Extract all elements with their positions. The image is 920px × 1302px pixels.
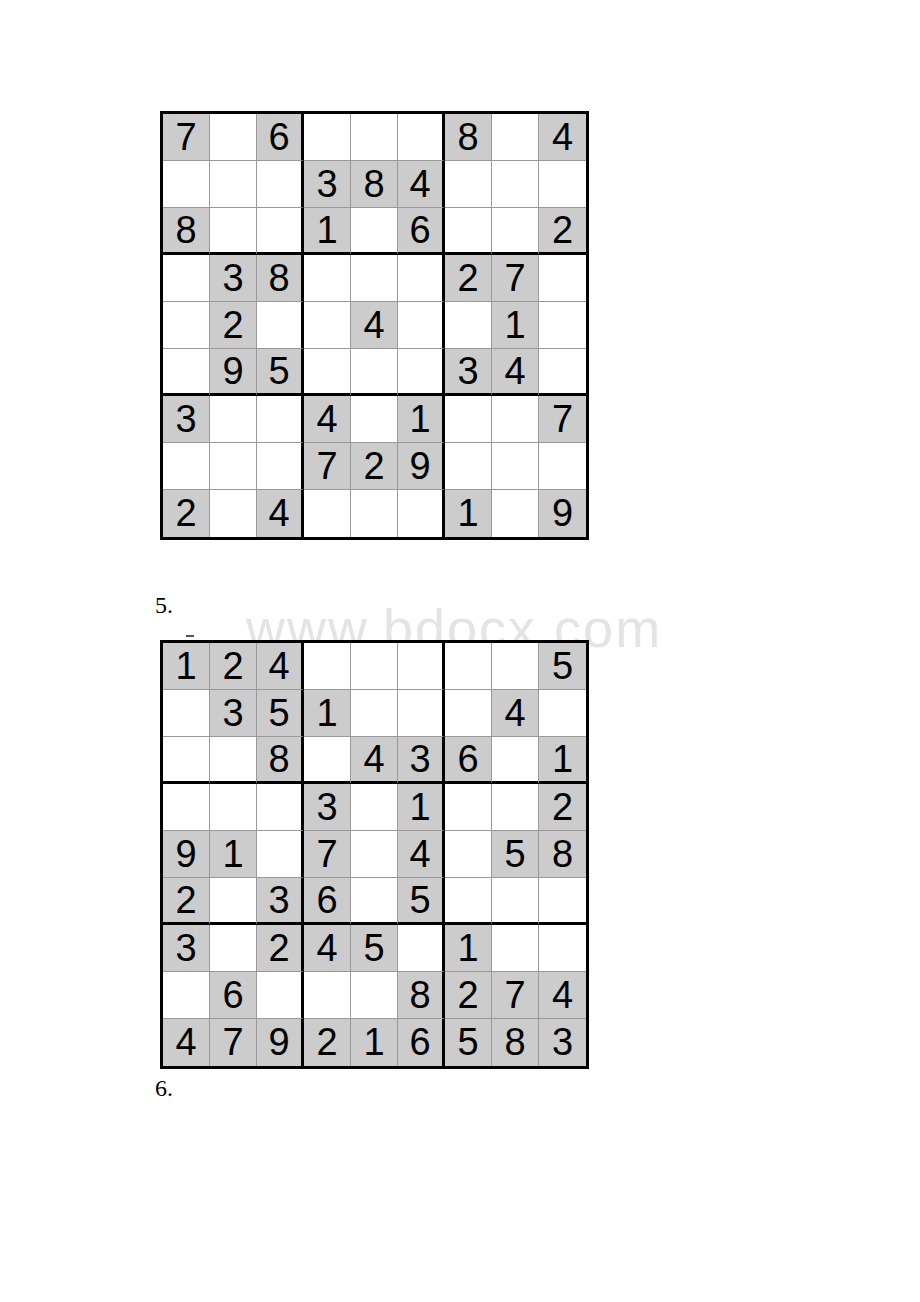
cell-r2c6 (398, 690, 445, 737)
cell-r4c3 (257, 784, 304, 831)
cell-r2c2 (210, 161, 257, 208)
cell-r8c4 (304, 972, 351, 1019)
cell-r3c8 (492, 737, 539, 784)
cell-r3c2 (210, 737, 257, 784)
cell-r4c1 (163, 255, 210, 302)
cell-r6c1: 2 (163, 878, 210, 925)
stray-mark (186, 635, 194, 637)
cell-r1c7: 8 (445, 114, 492, 161)
cell-r2c1 (163, 161, 210, 208)
cell-r9c5: 1 (351, 1019, 398, 1066)
cell-r3c6: 6 (398, 208, 445, 255)
cell-r1c6 (398, 643, 445, 690)
cell-r3c3: 8 (257, 737, 304, 784)
cell-r6c2: 9 (210, 349, 257, 396)
cell-r7c9 (539, 925, 586, 972)
cell-r6c9 (539, 349, 586, 396)
cell-r3c6: 3 (398, 737, 445, 784)
cell-r6c5 (351, 878, 398, 925)
cell-r4c7: 2 (445, 255, 492, 302)
cell-r1c9: 5 (539, 643, 586, 690)
cell-r2c2: 3 (210, 690, 257, 737)
cell-r5c4: 7 (304, 831, 351, 878)
cell-r7c4: 4 (304, 396, 351, 443)
cell-r5c1: 9 (163, 831, 210, 878)
cell-r2c8 (492, 161, 539, 208)
cell-r7c6: 1 (398, 396, 445, 443)
cell-r4c1 (163, 784, 210, 831)
cell-r8c5 (351, 972, 398, 1019)
cell-r2c1 (163, 690, 210, 737)
cell-r3c7: 6 (445, 737, 492, 784)
cell-r8c4: 7 (304, 443, 351, 490)
cell-r5c5: 4 (351, 302, 398, 349)
cell-r6c6: 5 (398, 878, 445, 925)
sudoku-board-2: 1245351484361312917458236532451682744792… (160, 640, 589, 1069)
sudoku-board-1: 768438481623827241953434177292419 (160, 111, 589, 540)
cell-r6c6 (398, 349, 445, 396)
cell-r7c4: 4 (304, 925, 351, 972)
cell-r3c5 (351, 208, 398, 255)
cell-r8c3 (257, 972, 304, 1019)
cell-r3c9: 2 (539, 208, 586, 255)
cell-r8c1 (163, 443, 210, 490)
cell-r1c1: 1 (163, 643, 210, 690)
cell-r5c8: 1 (492, 302, 539, 349)
cell-r8c2: 6 (210, 972, 257, 1019)
cell-r5c3 (257, 831, 304, 878)
cell-r6c8 (492, 878, 539, 925)
cell-r9c4: 2 (304, 1019, 351, 1066)
cell-r7c7: 1 (445, 925, 492, 972)
cell-r3c2 (210, 208, 257, 255)
cell-r7c9: 7 (539, 396, 586, 443)
cell-r8c5: 2 (351, 443, 398, 490)
cell-r7c2 (210, 396, 257, 443)
cell-r1c3: 4 (257, 643, 304, 690)
cell-r5c1 (163, 302, 210, 349)
cell-r6c4: 6 (304, 878, 351, 925)
cell-r4c8 (492, 784, 539, 831)
cell-r2c5: 8 (351, 161, 398, 208)
cell-r4c9 (539, 255, 586, 302)
cell-r7c2 (210, 925, 257, 972)
cell-r8c7 (445, 443, 492, 490)
cell-r3c4 (304, 737, 351, 784)
cell-r3c1 (163, 737, 210, 784)
cell-r5c7 (445, 302, 492, 349)
cell-r4c3: 8 (257, 255, 304, 302)
cell-r6c3: 5 (257, 349, 304, 396)
cell-r4c5 (351, 255, 398, 302)
cell-r4c6: 1 (398, 784, 445, 831)
cell-r1c5 (351, 643, 398, 690)
cell-r5c7 (445, 831, 492, 878)
cell-r1c6 (398, 114, 445, 161)
cell-r1c5 (351, 114, 398, 161)
cell-r9c5 (351, 490, 398, 537)
cell-r9c7: 5 (445, 1019, 492, 1066)
cell-r3c3 (257, 208, 304, 255)
cell-r9c2: 7 (210, 1019, 257, 1066)
cell-r9c1: 2 (163, 490, 210, 537)
cell-r9c6 (398, 490, 445, 537)
cell-r9c3: 4 (257, 490, 304, 537)
cell-r1c8 (492, 114, 539, 161)
cell-r9c1: 4 (163, 1019, 210, 1066)
cell-r6c7: 3 (445, 349, 492, 396)
cell-r1c7 (445, 643, 492, 690)
cell-r5c2: 1 (210, 831, 257, 878)
cell-r9c2 (210, 490, 257, 537)
cell-r5c5 (351, 831, 398, 878)
cell-r7c1: 3 (163, 925, 210, 972)
cell-r4c2: 3 (210, 255, 257, 302)
cell-r8c6: 8 (398, 972, 445, 1019)
cell-r4c4 (304, 255, 351, 302)
cell-r4c6 (398, 255, 445, 302)
cell-r4c4: 3 (304, 784, 351, 831)
cell-r6c9 (539, 878, 586, 925)
cell-r7c6 (398, 925, 445, 972)
cell-r9c7: 1 (445, 490, 492, 537)
cell-r9c6: 6 (398, 1019, 445, 1066)
cell-r5c4 (304, 302, 351, 349)
cell-r7c1: 3 (163, 396, 210, 443)
cell-r4c5 (351, 784, 398, 831)
cell-r9c8: 8 (492, 1019, 539, 1066)
cell-r2c4: 1 (304, 690, 351, 737)
cell-r1c4 (304, 643, 351, 690)
cell-r2c3: 5 (257, 690, 304, 737)
cell-r1c2: 2 (210, 643, 257, 690)
cell-r8c2 (210, 443, 257, 490)
cell-r5c9 (539, 302, 586, 349)
cell-r2c6: 4 (398, 161, 445, 208)
cell-r3c8 (492, 208, 539, 255)
cell-r5c9: 8 (539, 831, 586, 878)
cell-r2c7 (445, 161, 492, 208)
cell-r8c1 (163, 972, 210, 1019)
cell-r8c6: 9 (398, 443, 445, 490)
cell-r2c3 (257, 161, 304, 208)
cell-r8c7: 2 (445, 972, 492, 1019)
cell-r7c5: 5 (351, 925, 398, 972)
cell-r2c9 (539, 690, 586, 737)
cell-r4c8: 7 (492, 255, 539, 302)
document-page: www.bdocx.com 76843848162382724195343417… (0, 0, 920, 1302)
cell-r2c9 (539, 161, 586, 208)
cell-r6c2 (210, 878, 257, 925)
cell-r8c9: 4 (539, 972, 586, 1019)
cell-r1c9: 4 (539, 114, 586, 161)
cell-r3c4: 1 (304, 208, 351, 255)
cell-r2c8: 4 (492, 690, 539, 737)
cell-r5c8: 5 (492, 831, 539, 878)
cell-r1c8 (492, 643, 539, 690)
cell-r7c8 (492, 925, 539, 972)
cell-r7c3: 2 (257, 925, 304, 972)
cell-r1c3: 6 (257, 114, 304, 161)
cell-r2c4: 3 (304, 161, 351, 208)
cell-r6c4 (304, 349, 351, 396)
cell-r8c8: 7 (492, 972, 539, 1019)
cell-r1c2 (210, 114, 257, 161)
cell-r1c1: 7 (163, 114, 210, 161)
cell-r4c9: 2 (539, 784, 586, 831)
cell-r5c6 (398, 302, 445, 349)
cell-r8c3 (257, 443, 304, 490)
cell-r6c1 (163, 349, 210, 396)
cell-r2c5 (351, 690, 398, 737)
cell-r3c5: 4 (351, 737, 398, 784)
cell-r7c3 (257, 396, 304, 443)
cell-r9c4 (304, 490, 351, 537)
cell-r5c3 (257, 302, 304, 349)
cell-r2c7 (445, 690, 492, 737)
cell-r8c9 (539, 443, 586, 490)
cell-r3c9: 1 (539, 737, 586, 784)
cell-r6c5 (351, 349, 398, 396)
cell-r7c8 (492, 396, 539, 443)
next-section-label: 6. (155, 1075, 173, 1101)
cell-r7c5 (351, 396, 398, 443)
cell-r9c8 (492, 490, 539, 537)
cell-r6c7 (445, 878, 492, 925)
cell-r7c7 (445, 396, 492, 443)
cell-r5c2: 2 (210, 302, 257, 349)
puzzle-2-section-label: 5. (155, 592, 173, 618)
cell-r1c4 (304, 114, 351, 161)
cell-r9c9: 3 (539, 1019, 586, 1066)
cell-r3c1: 8 (163, 208, 210, 255)
cell-r9c3: 9 (257, 1019, 304, 1066)
cell-r6c3: 3 (257, 878, 304, 925)
cell-r3c7 (445, 208, 492, 255)
cell-r8c8 (492, 443, 539, 490)
cell-r4c2 (210, 784, 257, 831)
cell-r5c6: 4 (398, 831, 445, 878)
cell-r9c9: 9 (539, 490, 586, 537)
cell-r6c8: 4 (492, 349, 539, 396)
cell-r4c7 (445, 784, 492, 831)
